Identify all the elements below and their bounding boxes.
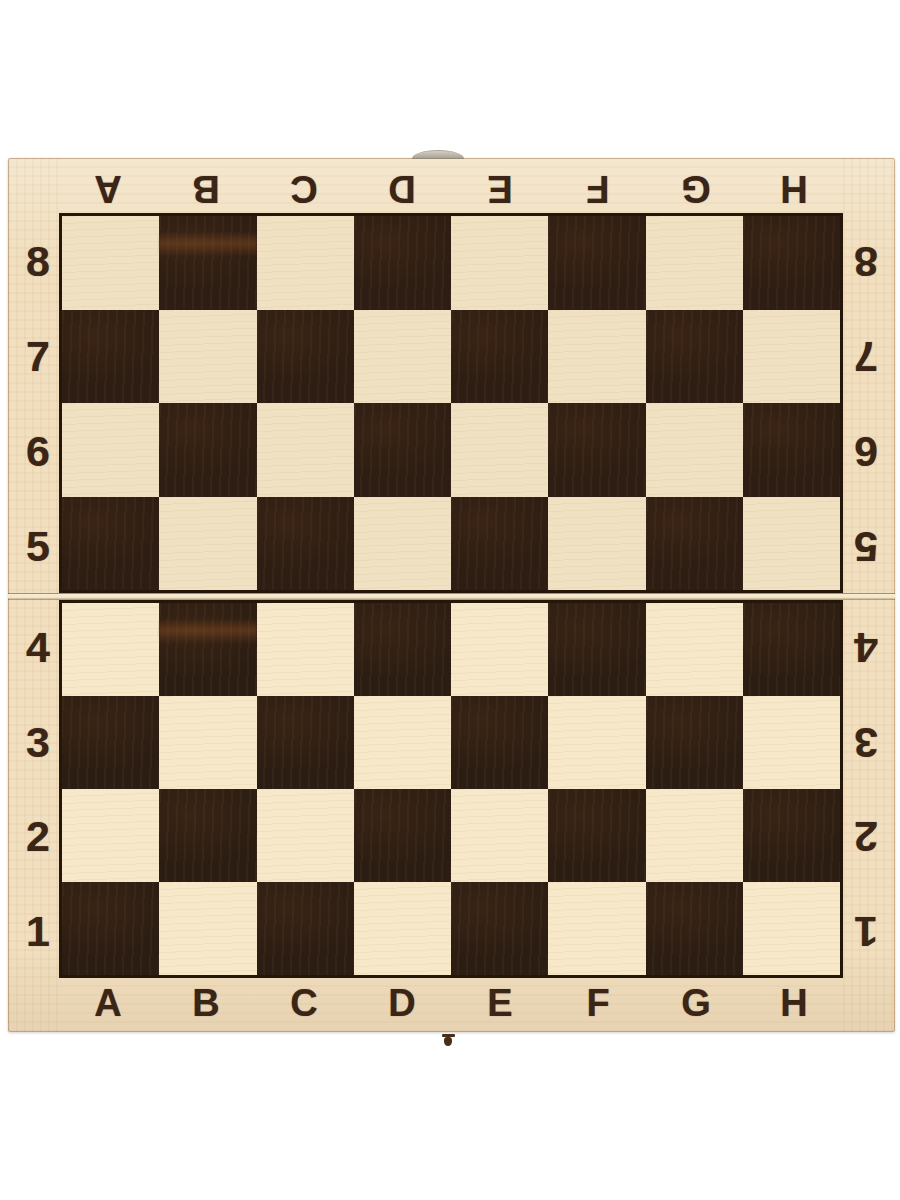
square-a7[interactable] [62, 310, 159, 404]
square-a3[interactable] [62, 696, 159, 789]
chessboard: AABBCCDDEEFFGGHH8877665544332211 [8, 158, 895, 1032]
square-h5[interactable] [743, 497, 840, 591]
square-b5[interactable] [159, 497, 256, 591]
square-h4[interactable] [743, 603, 840, 696]
file-label-top-a: A [94, 167, 121, 210]
rank-label-left-1: 1 [26, 906, 50, 955]
square-g2[interactable] [646, 789, 743, 882]
square-g4[interactable] [646, 603, 743, 696]
square-h7[interactable] [743, 310, 840, 404]
rank-label-right-8: 8 [854, 236, 878, 285]
rank-label-left-7: 7 [26, 331, 50, 380]
square-d2[interactable] [354, 789, 451, 882]
square-c8[interactable] [257, 216, 354, 310]
square-d8[interactable] [354, 216, 451, 310]
square-f8[interactable] [548, 216, 645, 310]
square-b1[interactable] [159, 882, 256, 975]
square-f5[interactable] [548, 497, 645, 591]
rank-label-right-4: 4 [854, 623, 878, 672]
rank-label-right-2: 2 [854, 812, 878, 861]
file-label-top-g: G [681, 167, 711, 210]
square-e8[interactable] [451, 216, 548, 310]
square-e3[interactable] [451, 696, 548, 789]
file-label-top-h: H [780, 167, 807, 210]
square-b7[interactable] [159, 310, 256, 404]
square-a5[interactable] [62, 497, 159, 591]
product-photo: AABBCCDDEEFFGGHH8877665544332211 [0, 0, 900, 1200]
rank-label-left-6: 6 [26, 426, 50, 475]
square-h1[interactable] [743, 882, 840, 975]
square-e4[interactable] [451, 603, 548, 696]
square-b2[interactable] [159, 789, 256, 882]
file-label-bottom-e: E [487, 982, 512, 1025]
square-d7[interactable] [354, 310, 451, 404]
file-label-top-e: E [487, 167, 512, 210]
file-label-bottom-g: G [681, 982, 711, 1025]
file-label-top-d: D [388, 167, 415, 210]
square-e5[interactable] [451, 497, 548, 591]
square-c6[interactable] [257, 403, 354, 497]
square-f4[interactable] [548, 603, 645, 696]
file-label-top-c: C [290, 167, 317, 210]
board-upper-half [59, 213, 843, 593]
square-b6[interactable] [159, 403, 256, 497]
hinge-icon [412, 150, 464, 159]
square-a4[interactable] [62, 603, 159, 696]
square-g5[interactable] [646, 497, 743, 591]
square-c5[interactable] [257, 497, 354, 591]
square-d3[interactable] [354, 696, 451, 789]
rank-label-left-5: 5 [26, 521, 50, 570]
file-label-bottom-h: H [780, 982, 807, 1025]
rank-label-right-5: 5 [854, 521, 878, 570]
square-e1[interactable] [451, 882, 548, 975]
clasp-knob [444, 1037, 452, 1046]
board-lower-half [59, 600, 843, 978]
square-f6[interactable] [548, 403, 645, 497]
square-g6[interactable] [646, 403, 743, 497]
square-h8[interactable] [743, 216, 840, 310]
square-e2[interactable] [451, 789, 548, 882]
square-f1[interactable] [548, 882, 645, 975]
square-b3[interactable] [159, 696, 256, 789]
rank-label-left-2: 2 [26, 812, 50, 861]
rank-label-left-4: 4 [26, 623, 50, 672]
square-a8[interactable] [62, 216, 159, 310]
square-a6[interactable] [62, 403, 159, 497]
square-g3[interactable] [646, 696, 743, 789]
file-label-bottom-c: C [290, 982, 317, 1025]
square-e6[interactable] [451, 403, 548, 497]
rank-label-right-1: 1 [854, 906, 878, 955]
square-f3[interactable] [548, 696, 645, 789]
rank-label-left-3: 3 [26, 717, 50, 766]
square-h2[interactable] [743, 789, 840, 882]
square-c3[interactable] [257, 696, 354, 789]
square-c1[interactable] [257, 882, 354, 975]
clasp-pin-icon [439, 1034, 457, 1050]
square-a1[interactable] [62, 882, 159, 975]
square-d1[interactable] [354, 882, 451, 975]
square-g1[interactable] [646, 882, 743, 975]
square-d6[interactable] [354, 403, 451, 497]
square-a2[interactable] [62, 789, 159, 882]
square-b8[interactable] [159, 216, 256, 310]
rank-label-right-3: 3 [854, 717, 878, 766]
square-b4[interactable] [159, 603, 256, 696]
square-c4[interactable] [257, 603, 354, 696]
file-label-top-b: B [192, 167, 219, 210]
file-label-bottom-f: F [586, 982, 609, 1025]
square-e7[interactable] [451, 310, 548, 404]
rank-label-right-7: 7 [854, 331, 878, 380]
square-f2[interactable] [548, 789, 645, 882]
square-h3[interactable] [743, 696, 840, 789]
square-c2[interactable] [257, 789, 354, 882]
square-f7[interactable] [548, 310, 645, 404]
square-d4[interactable] [354, 603, 451, 696]
square-d5[interactable] [354, 497, 451, 591]
square-h6[interactable] [743, 403, 840, 497]
file-label-bottom-a: A [94, 982, 121, 1025]
square-g7[interactable] [646, 310, 743, 404]
square-c7[interactable] [257, 310, 354, 404]
file-label-bottom-d: D [388, 982, 415, 1025]
rank-label-right-6: 6 [854, 426, 878, 475]
file-label-top-f: F [586, 167, 609, 210]
rank-label-left-8: 8 [26, 236, 50, 285]
file-label-bottom-b: B [192, 982, 219, 1025]
fold-seam [8, 593, 895, 600]
square-g8[interactable] [646, 216, 743, 310]
